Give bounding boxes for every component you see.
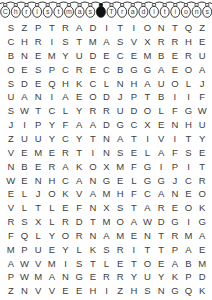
grid-cell[interactable]: V: [127, 35, 141, 49]
grid-cell[interactable]: T: [168, 21, 182, 35]
grid-cell[interactable]: U: [72, 49, 86, 63]
grid-cell[interactable]: S: [141, 284, 155, 298]
grid-cell[interactable]: E: [59, 284, 73, 298]
grid-cell[interactable]: G: [72, 270, 86, 284]
grid-cell[interactable]: C: [182, 173, 196, 187]
grid-cell[interactable]: D: [154, 215, 168, 229]
grid-cell[interactable]: I: [127, 243, 141, 257]
grid-cell[interactable]: R: [154, 201, 168, 215]
grid-cell[interactable]: O: [45, 187, 59, 201]
grid-cell[interactable]: E: [86, 270, 100, 284]
grid-cell[interactable]: R: [168, 229, 182, 243]
grid-cell[interactable]: A: [154, 187, 168, 201]
grid-cell[interactable]: O: [86, 160, 100, 174]
grid-cell[interactable]: S: [59, 35, 73, 49]
grid-cell[interactable]: Z: [4, 132, 18, 146]
grid-cell[interactable]: I: [168, 90, 182, 104]
grid-cell[interactable]: E: [195, 35, 209, 49]
grid-cell[interactable]: G: [100, 173, 114, 187]
grid-cell[interactable]: O: [141, 256, 155, 270]
grid-cell[interactable]: R: [59, 146, 73, 160]
grid-cell[interactable]: Y: [45, 132, 59, 146]
grid-cell[interactable]: A: [18, 90, 32, 104]
grid-cell[interactable]: I: [45, 35, 59, 49]
grid-cell[interactable]: S: [182, 146, 196, 160]
grid-cell[interactable]: R: [195, 173, 209, 187]
grid-cell[interactable]: C: [59, 132, 73, 146]
grid-cell[interactable]: T: [154, 243, 168, 257]
grid-cell[interactable]: A: [72, 173, 86, 187]
grid-cell[interactable]: E: [72, 90, 86, 104]
grid-cell[interactable]: J: [195, 76, 209, 90]
grid-cell[interactable]: E: [127, 229, 141, 243]
grid-cell[interactable]: P: [31, 21, 45, 35]
grid-cell[interactable]: D: [18, 76, 32, 90]
grid-cell[interactable]: S: [4, 76, 18, 90]
grid-cell[interactable]: S: [4, 104, 18, 118]
grid-cell[interactable]: D: [100, 118, 114, 132]
grid-cell[interactable]: E: [86, 63, 100, 77]
grid-cell[interactable]: N: [154, 284, 168, 298]
grid-cell[interactable]: Z: [4, 284, 18, 298]
grid-cell[interactable]: R: [59, 215, 73, 229]
grid-cell[interactable]: E: [31, 160, 45, 174]
grid-cell[interactable]: E: [31, 76, 45, 90]
grid-cell[interactable]: T: [113, 21, 127, 35]
grid-cell[interactable]: D: [195, 270, 209, 284]
grid-cell[interactable]: F: [59, 118, 73, 132]
grid-cell[interactable]: N: [154, 21, 168, 35]
grid-cell[interactable]: S: [113, 35, 127, 49]
grid-cell[interactable]: L: [72, 243, 86, 257]
grid-cell[interactable]: O: [113, 215, 127, 229]
grid-cell[interactable]: Q: [18, 229, 32, 243]
grid-cell[interactable]: I: [127, 21, 141, 35]
grid-cell[interactable]: Y: [59, 49, 73, 63]
grid-cell[interactable]: N: [113, 76, 127, 90]
grid-cell[interactable]: N: [141, 229, 155, 243]
grid-cell[interactable]: G: [168, 215, 182, 229]
grid-cell[interactable]: A: [127, 215, 141, 229]
grid-cell[interactable]: K: [195, 201, 209, 215]
grid-cell[interactable]: I: [182, 160, 196, 174]
grid-cell[interactable]: G: [182, 104, 196, 118]
grid-cell[interactable]: V: [4, 201, 18, 215]
grid-cell[interactable]: V: [154, 132, 168, 146]
grid-cell[interactable]: A: [195, 229, 209, 243]
grid-cell[interactable]: P: [182, 270, 196, 284]
grid-cell[interactable]: M: [195, 256, 209, 270]
grid-cell[interactable]: A: [154, 63, 168, 77]
grid-cell[interactable]: T: [86, 256, 100, 270]
grid-cell[interactable]: C: [113, 49, 127, 63]
grid-cell[interactable]: N: [168, 187, 182, 201]
grid-cell[interactable]: A: [86, 118, 100, 132]
grid-cell[interactable]: U: [154, 76, 168, 90]
grid-cell[interactable]: B: [154, 49, 168, 63]
grid-cell[interactable]: Y: [72, 104, 86, 118]
grid-cell[interactable]: H: [86, 284, 100, 298]
grid-cell[interactable]: H: [182, 35, 196, 49]
grid-cell[interactable]: A: [86, 187, 100, 201]
grid-cell[interactable]: T: [127, 201, 141, 215]
grid-cell[interactable]: A: [141, 201, 155, 215]
grid-cell[interactable]: W: [141, 215, 155, 229]
grid-cell[interactable]: M: [141, 49, 155, 63]
grid-cell[interactable]: O: [4, 63, 18, 77]
grid-cell[interactable]: E: [18, 63, 32, 77]
grid-cell[interactable]: E: [45, 146, 59, 160]
grid-cell[interactable]: W: [195, 104, 209, 118]
grid-cell[interactable]: C: [59, 173, 73, 187]
grid-cell[interactable]: N: [86, 201, 100, 215]
grid-cell[interactable]: O: [195, 187, 209, 201]
grid-cell[interactable]: X: [100, 201, 114, 215]
grid-cell[interactable]: Y: [195, 132, 209, 146]
grid-cell[interactable]: I: [86, 146, 100, 160]
grid-cell[interactable]: H: [182, 118, 196, 132]
grid-cell[interactable]: Y: [154, 270, 168, 284]
grid-cell[interactable]: B: [4, 49, 18, 63]
grid-cell[interactable]: A: [45, 270, 59, 284]
grid-cell[interactable]: G: [168, 284, 182, 298]
grid-cell[interactable]: S: [113, 146, 127, 160]
grid-cell[interactable]: Y: [59, 243, 73, 257]
grid-cell[interactable]: V: [31, 284, 45, 298]
grid-cell[interactable]: G: [141, 160, 155, 174]
grid-cell[interactable]: T: [45, 21, 59, 35]
grid-cell[interactable]: I: [100, 284, 114, 298]
grid-cell[interactable]: M: [182, 229, 196, 243]
grid-cell[interactable]: N: [31, 173, 45, 187]
grid-cell[interactable]: O: [182, 201, 196, 215]
grid-cell[interactable]: U: [18, 132, 32, 146]
grid-cell[interactable]: M: [113, 229, 127, 243]
grid-cell[interactable]: S: [100, 243, 114, 257]
grid-cell[interactable]: P: [4, 270, 18, 284]
grid-cell[interactable]: Y: [72, 132, 86, 146]
grid-cell[interactable]: P: [31, 118, 45, 132]
grid-cell[interactable]: N: [168, 118, 182, 132]
grid-cell[interactable]: I: [100, 21, 114, 35]
grid-cell[interactable]: A: [195, 63, 209, 77]
grid-cell[interactable]: R: [72, 229, 86, 243]
grid-cell[interactable]: E: [168, 63, 182, 77]
grid-cell[interactable]: V: [4, 146, 18, 160]
grid-cell[interactable]: G: [154, 173, 168, 187]
grid-cell[interactable]: A: [141, 76, 155, 90]
grid-cell[interactable]: W: [18, 104, 32, 118]
grid-cell[interactable]: Q: [182, 284, 196, 298]
grid-cell[interactable]: L: [45, 201, 59, 215]
grid-cell[interactable]: D: [127, 104, 141, 118]
grid-cell[interactable]: L: [100, 76, 114, 90]
grid-cell[interactable]: R: [113, 270, 127, 284]
grid-cell[interactable]: L: [18, 187, 32, 201]
grid-cell[interactable]: O: [141, 21, 155, 35]
grid-cell[interactable]: B: [18, 160, 32, 174]
grid-cell[interactable]: L: [18, 201, 32, 215]
grid-cell[interactable]: I: [168, 132, 182, 146]
grid-cell[interactable]: K: [59, 187, 73, 201]
grid-cell[interactable]: W: [4, 173, 18, 187]
grid-cell[interactable]: J: [4, 118, 18, 132]
grid-cell[interactable]: C: [45, 104, 59, 118]
grid-cell[interactable]: V: [31, 256, 45, 270]
grid-cell[interactable]: N: [100, 132, 114, 146]
grid-cell[interactable]: S: [4, 21, 18, 35]
grid-cell[interactable]: M: [31, 146, 45, 160]
grid-cell[interactable]: T: [31, 201, 45, 215]
grid-cell[interactable]: G: [127, 63, 141, 77]
grid-cell[interactable]: J: [113, 90, 127, 104]
grid-cell[interactable]: O: [182, 63, 196, 77]
grid-cell[interactable]: H: [45, 173, 59, 187]
grid-cell[interactable]: Z: [195, 21, 209, 35]
grid-cell[interactable]: K: [72, 76, 86, 90]
grid-cell[interactable]: X: [141, 35, 155, 49]
grid-cell[interactable]: P: [45, 63, 59, 77]
grid-cell[interactable]: T: [195, 160, 209, 174]
grid-cell[interactable]: S: [113, 201, 127, 215]
grid-cell[interactable]: U: [113, 104, 127, 118]
grid-cell[interactable]: S: [18, 215, 32, 229]
grid-cell[interactable]: T: [31, 104, 45, 118]
grid-cell[interactable]: E: [72, 284, 86, 298]
grid-cell[interactable]: N: [86, 173, 100, 187]
grid-cell[interactable]: M: [100, 187, 114, 201]
grid-cell[interactable]: N: [100, 146, 114, 160]
grid-cell[interactable]: N: [4, 160, 18, 174]
grid-cell[interactable]: E: [127, 49, 141, 63]
grid-cell[interactable]: K: [168, 270, 182, 284]
grid-cell[interactable]: U: [4, 90, 18, 104]
grid-cell[interactable]: D: [86, 49, 100, 63]
grid-cell[interactable]: E: [127, 146, 141, 160]
grid-cell[interactable]: M: [4, 243, 18, 257]
grid-cell[interactable]: E: [45, 243, 59, 257]
grid-cell[interactable]: C: [100, 63, 114, 77]
grid-cell[interactable]: T: [141, 90, 155, 104]
grid-cell[interactable]: V: [45, 284, 59, 298]
grid-cell[interactable]: Z: [113, 284, 127, 298]
grid-cell[interactable]: E: [113, 173, 127, 187]
grid-cell[interactable]: E: [4, 187, 18, 201]
grid-cell[interactable]: E: [18, 146, 32, 160]
grid-cell[interactable]: I: [182, 90, 196, 104]
grid-cell[interactable]: D: [86, 21, 100, 35]
grid-cell[interactable]: G: [195, 215, 209, 229]
grid-cell[interactable]: F: [127, 160, 141, 174]
grid-cell[interactable]: T: [154, 229, 168, 243]
grid-cell[interactable]: M: [86, 35, 100, 49]
grid-cell[interactable]: R: [86, 104, 100, 118]
grid-cell[interactable]: I: [59, 256, 73, 270]
grid-cell[interactable]: R: [182, 49, 196, 63]
grid-cell[interactable]: R: [100, 270, 114, 284]
grid-cell[interactable]: C: [86, 76, 100, 90]
grid-cell[interactable]: R: [31, 35, 45, 49]
grid-cell[interactable]: T: [86, 132, 100, 146]
grid-cell[interactable]: I: [182, 215, 196, 229]
grid-cell[interactable]: N: [59, 270, 73, 284]
grid-cell[interactable]: J: [168, 173, 182, 187]
grid-cell[interactable]: O: [141, 104, 155, 118]
grid-cell[interactable]: E: [100, 49, 114, 63]
grid-cell[interactable]: E: [31, 49, 45, 63]
grid-cell[interactable]: B: [154, 90, 168, 104]
grid-cell[interactable]: Q: [45, 76, 59, 90]
grid-cell[interactable]: K: [86, 243, 100, 257]
grid-cell[interactable]: M: [113, 160, 127, 174]
grid-cell[interactable]: R: [154, 35, 168, 49]
grid-cell[interactable]: X: [100, 160, 114, 174]
grid-cell[interactable]: M: [45, 49, 59, 63]
grid-cell[interactable]: T: [72, 35, 86, 49]
grid-cell[interactable]: U: [31, 132, 45, 146]
grid-cell[interactable]: O: [168, 76, 182, 90]
grid-cell[interactable]: P: [168, 243, 182, 257]
grid-cell[interactable]: A: [168, 256, 182, 270]
grid-cell[interactable]: R: [100, 104, 114, 118]
grid-cell[interactable]: U: [31, 243, 45, 257]
grid-cell[interactable]: E: [18, 173, 32, 187]
grid-cell[interactable]: L: [127, 173, 141, 187]
grid-cell[interactable]: T: [127, 256, 141, 270]
grid-cell[interactable]: H: [59, 76, 73, 90]
grid-cell[interactable]: A: [100, 35, 114, 49]
grid-cell[interactable]: H: [127, 76, 141, 90]
grid-cell[interactable]: W: [18, 270, 32, 284]
grid-cell[interactable]: A: [182, 243, 196, 257]
grid-cell[interactable]: A: [59, 160, 73, 174]
grid-cell[interactable]: R: [45, 160, 59, 174]
grid-cell[interactable]: Y: [45, 229, 59, 243]
grid-cell[interactable]: M: [100, 215, 114, 229]
grid-cell[interactable]: L: [182, 76, 196, 90]
grid-cell[interactable]: N: [86, 229, 100, 243]
grid-cell[interactable]: Y: [127, 270, 141, 284]
grid-cell[interactable]: R: [72, 63, 86, 77]
grid-cell[interactable]: S: [31, 63, 45, 77]
grid-cell[interactable]: A: [72, 21, 86, 35]
grid-cell[interactable]: L: [141, 146, 155, 160]
grid-cell[interactable]: E: [59, 201, 73, 215]
grid-cell[interactable]: E: [195, 243, 209, 257]
grid-cell[interactable]: C: [141, 187, 155, 201]
grid-cell[interactable]: R: [4, 215, 18, 229]
grid-cell[interactable]: Y: [45, 118, 59, 132]
grid-cell[interactable]: E: [168, 201, 182, 215]
grid-cell[interactable]: U: [195, 118, 209, 132]
grid-cell[interactable]: N: [18, 49, 32, 63]
grid-cell[interactable]: Z: [18, 21, 32, 35]
grid-cell[interactable]: L: [45, 215, 59, 229]
grid-cell[interactable]: F: [72, 201, 86, 215]
grid-cell[interactable]: T: [72, 146, 86, 160]
grid-cell[interactable]: P: [127, 90, 141, 104]
grid-cell[interactable]: F: [4, 229, 18, 243]
grid-cell[interactable]: K: [195, 284, 209, 298]
grid-cell[interactable]: A: [100, 229, 114, 243]
grid-cell[interactable]: X: [31, 215, 45, 229]
grid-cell[interactable]: A: [4, 256, 18, 270]
grid-cell[interactable]: A: [154, 146, 168, 160]
grid-cell[interactable]: M: [31, 270, 45, 284]
grid-cell[interactable]: H: [113, 187, 127, 201]
grid-cell[interactable]: F: [168, 104, 182, 118]
grid-cell[interactable]: U: [195, 49, 209, 63]
grid-cell[interactable]: L: [31, 229, 45, 243]
grid-cell[interactable]: M: [45, 256, 59, 270]
grid-cell[interactable]: E: [168, 49, 182, 63]
grid-cell[interactable]: I: [141, 132, 155, 146]
grid-cell[interactable]: A: [72, 118, 86, 132]
grid-cell[interactable]: O: [86, 90, 100, 104]
grid-cell[interactable]: U: [141, 270, 155, 284]
grid-cell[interactable]: Q: [182, 21, 196, 35]
grid-cell[interactable]: C: [59, 63, 73, 77]
grid-cell[interactable]: I: [154, 160, 168, 174]
grid-cell[interactable]: T: [86, 215, 100, 229]
grid-cell[interactable]: I: [18, 118, 32, 132]
grid-cell[interactable]: A: [113, 132, 127, 146]
grid-cell[interactable]: T: [141, 243, 155, 257]
grid-cell[interactable]: E: [154, 118, 168, 132]
grid-cell[interactable]: C: [4, 35, 18, 49]
grid-cell[interactable]: H: [18, 35, 32, 49]
grid-cell[interactable]: N: [31, 90, 45, 104]
grid-cell[interactable]: E: [113, 256, 127, 270]
grid-cell[interactable]: C: [127, 118, 141, 132]
grid-cell[interactable]: J: [31, 187, 45, 201]
grid-cell[interactable]: F: [195, 90, 209, 104]
grid-cell[interactable]: H: [127, 284, 141, 298]
grid-cell[interactable]: F: [127, 187, 141, 201]
grid-cell[interactable]: S: [72, 256, 86, 270]
grid-cell[interactable]: B: [182, 256, 196, 270]
grid-cell[interactable]: W: [18, 256, 32, 270]
grid-cell[interactable]: P: [168, 160, 182, 174]
grid-cell[interactable]: E: [195, 146, 209, 160]
grid-cell[interactable]: V: [72, 187, 86, 201]
grid-cell[interactable]: P: [18, 243, 32, 257]
grid-cell[interactable]: L: [59, 104, 73, 118]
grid-cell[interactable]: R: [168, 35, 182, 49]
grid-cell[interactable]: R: [59, 21, 73, 35]
grid-cell[interactable]: G: [113, 118, 127, 132]
grid-cell[interactable]: N: [18, 284, 32, 298]
grid-cell[interactable]: B: [113, 63, 127, 77]
grid-cell[interactable]: K: [72, 160, 86, 174]
grid-cell[interactable]: T: [127, 132, 141, 146]
grid-cell[interactable]: X: [141, 118, 155, 132]
grid-cell[interactable]: R: [113, 243, 127, 257]
grid-cell[interactable]: D: [100, 90, 114, 104]
grid-cell[interactable]: E: [154, 256, 168, 270]
grid-cell[interactable]: T: [182, 132, 196, 146]
grid-cell[interactable]: O: [59, 229, 73, 243]
grid-cell[interactable]: L: [100, 256, 114, 270]
grid-cell[interactable]: F: [168, 146, 182, 160]
grid-cell[interactable]: G: [141, 173, 155, 187]
grid-cell[interactable]: I: [45, 90, 59, 104]
grid-cell[interactable]: A: [59, 90, 73, 104]
grid-cell[interactable]: L: [154, 104, 168, 118]
grid-cell[interactable]: D: [72, 215, 86, 229]
grid-cell[interactable]: E: [182, 187, 196, 201]
grid-cell[interactable]: G: [141, 63, 155, 77]
